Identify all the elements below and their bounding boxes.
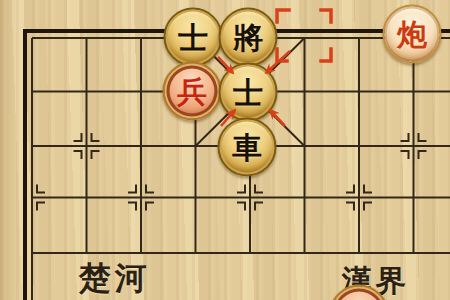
piece-red-soldier-d9[interactable]: 兵 [163, 62, 222, 121]
piece-black-advisor-e9[interactable]: 士 [219, 63, 278, 122]
river-label-chu-he: 楚河 [79, 262, 151, 294]
piece-black-chariot-e8[interactable]: 車 [218, 118, 277, 177]
xiangqi-board-screen: 楚河 漢界 士 將 炮 兵 士 車 [0, 0, 450, 300]
piece-black-advisor-d10[interactable]: 士 [164, 8, 223, 67]
piece-red-cannon-h10[interactable]: 炮 [383, 5, 442, 64]
piece-black-general-e10[interactable]: 將 [219, 8, 278, 67]
